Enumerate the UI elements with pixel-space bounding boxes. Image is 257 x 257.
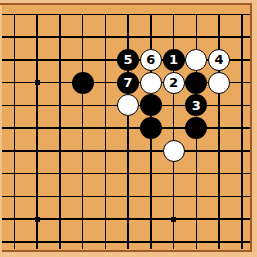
- white-stone: [185, 49, 207, 71]
- move-number-label: 3: [192, 99, 201, 112]
- white-stone: [163, 140, 185, 162]
- black-stone: [140, 117, 162, 139]
- grid-line-horizontal: [2, 127, 250, 129]
- white-stone: [117, 94, 139, 116]
- move-number-label: 4: [215, 53, 224, 66]
- move-number-label: 7: [124, 76, 133, 89]
- grid-line-horizontal: [2, 14, 250, 16]
- grid-line-horizontal: [2, 36, 250, 38]
- grid-line-vertical: [82, 14, 84, 249]
- grid-line-vertical: [36, 14, 38, 249]
- grid-line-vertical: [14, 14, 16, 249]
- black-stone: [185, 117, 207, 139]
- grid-line-horizontal: [2, 241, 250, 243]
- black-stone: 3: [185, 94, 207, 116]
- move-number-label: 6: [146, 53, 155, 66]
- grid-line-horizontal: [2, 173, 250, 175]
- board-edge-right-light: [252, 3, 257, 257]
- star-point: [35, 80, 40, 85]
- grid-line-vertical: [59, 14, 61, 249]
- grid-line-vertical: [241, 14, 243, 249]
- white-stone: [208, 72, 230, 94]
- go-board-diagram: 5614723: [0, 0, 257, 257]
- move-number-label: 5: [124, 53, 133, 66]
- move-number-label: 2: [169, 76, 178, 89]
- white-stone: [140, 72, 162, 94]
- image-border-left-light: [0, 5, 2, 257]
- board-edge-bottom-light: [0, 252, 252, 257]
- black-stone: 1: [163, 49, 185, 71]
- white-stone: 6: [140, 49, 162, 71]
- black-stone: 7: [117, 72, 139, 94]
- black-stone: 5: [117, 49, 139, 71]
- grid-line-vertical: [105, 14, 107, 249]
- move-number-label: 1: [169, 53, 178, 66]
- white-stone: 4: [208, 49, 230, 71]
- grid-line-horizontal: [2, 150, 250, 152]
- white-stone: 2: [163, 72, 185, 94]
- grid-line-horizontal: [2, 196, 250, 198]
- star-point: [171, 217, 176, 222]
- star-point: [35, 217, 40, 222]
- board-edge-top-dark: [0, 3, 257, 5]
- black-stone: [140, 94, 162, 116]
- black-stone: [72, 72, 94, 94]
- black-stone: [185, 72, 207, 94]
